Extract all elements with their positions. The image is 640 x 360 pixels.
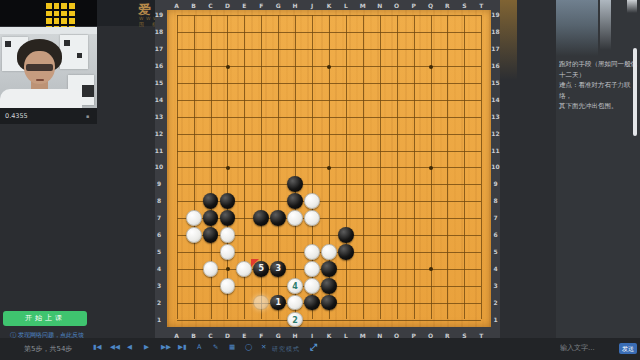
white-stone-J8[interactable] <box>304 193 320 209</box>
move-number: 2 <box>288 313 302 327</box>
col-label-top: O <box>392 2 402 10</box>
white-stone-B7[interactable] <box>186 210 202 226</box>
star-point <box>429 267 433 271</box>
col-label-top: R <box>442 2 452 10</box>
col-label-top: P <box>409 2 419 10</box>
blurred-window-band <box>627 0 637 13</box>
row-label-right: 17 <box>491 45 501 53</box>
col-label-top: A <box>172 2 182 10</box>
white-stone-H2[interactable] <box>287 295 303 311</box>
row-label-left: 9 <box>154 180 164 188</box>
stone-tool-icon[interactable]: ◯ <box>245 343 252 351</box>
last-icon[interactable]: ▶▮ <box>178 343 187 351</box>
black-stone-D7[interactable] <box>220 210 236 226</box>
row-label-left: 16 <box>154 62 164 70</box>
black-stone-H9[interactable] <box>287 176 303 192</box>
move-counter: 第5步，共54步 <box>24 344 72 354</box>
ghost-white-stone-F2[interactable] <box>253 295 269 311</box>
col-label-top: B <box>189 2 199 10</box>
grid-line-horizontal <box>177 184 482 185</box>
black-stone-D8[interactable] <box>220 193 236 209</box>
star-point <box>226 267 230 271</box>
blurred-window-band <box>556 0 598 56</box>
white-stone-H3[interactable]: 4 <box>287 278 303 294</box>
star-point <box>226 166 230 170</box>
black-stone-L6[interactable] <box>338 227 354 243</box>
white-stone-J4[interactable] <box>304 261 320 277</box>
row-label-left: 13 <box>154 113 164 121</box>
white-stone-D3[interactable] <box>220 278 236 294</box>
chart-tool-icon[interactable]: ▦ <box>229 343 235 351</box>
grid-line-vertical <box>346 15 347 319</box>
row-label-right: 5 <box>491 248 501 256</box>
col-label-top: C <box>206 2 216 10</box>
white-stone-D6[interactable] <box>220 227 236 243</box>
white-stone-H1[interactable]: 2 <box>287 312 303 328</box>
black-stone-G2[interactable]: 1 <box>270 295 286 311</box>
row-label-left: 2 <box>154 299 164 307</box>
row-label-right: 9 <box>491 180 501 188</box>
black-stone-G7[interactable] <box>270 210 286 226</box>
draw-tool-icon[interactable]: ✎ <box>213 343 218 351</box>
label-tool-icon[interactable]: A <box>197 343 201 351</box>
star-point <box>327 166 331 170</box>
col-label-top: Q <box>426 2 436 10</box>
black-stone-H8[interactable] <box>287 193 303 209</box>
row-label-right: 12 <box>491 130 501 138</box>
row-label-left: 7 <box>154 214 164 222</box>
row-label-left: 12 <box>154 130 164 138</box>
row-label-right: 19 <box>491 11 501 19</box>
row-label-left: 14 <box>154 96 164 104</box>
black-stone-F7[interactable] <box>253 210 269 226</box>
row-label-left: 10 <box>154 163 164 171</box>
col-label-top: E <box>239 2 249 10</box>
row-label-right: 18 <box>491 28 501 36</box>
first-icon[interactable]: ▮◀ <box>93 343 102 351</box>
rewind-icon[interactable]: ◀◀ <box>110 343 120 351</box>
grid-line-vertical <box>464 15 465 319</box>
fast-forward-icon[interactable]: ▶▶ <box>161 343 171 351</box>
move-number: 1 <box>270 295 286 311</box>
clear-tool-icon[interactable]: ✕ <box>261 343 266 351</box>
black-stone-C8[interactable] <box>203 193 219 209</box>
black-stone-G4[interactable]: 3 <box>270 261 286 277</box>
row-label-right: 16 <box>491 62 501 70</box>
col-label-top: S <box>459 2 469 10</box>
row-label-right: 7 <box>491 214 501 222</box>
col-label-top: K <box>324 2 334 10</box>
row-label-left: 4 <box>154 265 164 273</box>
col-label-top: H <box>290 2 300 10</box>
white-stone-J5[interactable] <box>304 244 320 260</box>
black-stone-J2[interactable] <box>304 295 320 311</box>
row-label-right: 8 <box>491 197 501 205</box>
star-point <box>429 65 433 69</box>
col-label-top: N <box>375 2 385 10</box>
row-label-right: 10 <box>491 163 501 171</box>
move-number: 4 <box>288 279 302 293</box>
lesson-note-line: 跑对的手段（黑如同一般像 <box>559 59 637 70</box>
row-label-left: 1 <box>154 316 164 324</box>
grid-line-vertical <box>363 15 364 319</box>
row-label-right: 13 <box>491 113 501 121</box>
blurred-window-band <box>600 0 611 50</box>
row-label-right: 14 <box>491 96 501 104</box>
white-stone-E4[interactable] <box>236 261 252 277</box>
forward-icon[interactable]: ▶ <box>144 343 149 351</box>
row-label-right: 2 <box>491 299 501 307</box>
white-stone-J3[interactable] <box>304 278 320 294</box>
grid-line-horizontal <box>177 320 482 321</box>
notes-scrollbar[interactable] <box>633 48 637 136</box>
resize-icon[interactable]: ⤢ <box>310 342 317 353</box>
lesson-notes-text: 跑对的手段（黑如同一般像十二天）难点：看准对方石子力联络，其下面先冲出包围。 <box>559 59 637 112</box>
row-label-left: 6 <box>154 231 164 239</box>
col-label-top: J <box>307 2 317 10</box>
lesson-note-line: 其下面先冲出包围。 <box>559 101 637 112</box>
col-label-top: D <box>222 2 232 10</box>
col-label-top: G <box>273 2 283 10</box>
row-label-left: 3 <box>154 282 164 290</box>
research-mode-button[interactable]: 研究模式 <box>272 345 300 354</box>
move-number: 3 <box>270 261 286 277</box>
row-label-left: 5 <box>154 248 164 256</box>
black-stone-K3[interactable] <box>321 278 337 294</box>
black-stone-L5[interactable] <box>338 244 354 260</box>
row-label-right: 3 <box>491 282 501 290</box>
last-move-marker-icon <box>251 259 259 267</box>
grid-line-vertical <box>414 15 415 319</box>
white-stone-D5[interactable] <box>220 244 236 260</box>
send-button[interactable]: 发送 <box>619 343 637 354</box>
black-stone-K4[interactable] <box>321 261 337 277</box>
star-point <box>226 65 230 69</box>
row-label-right: 11 <box>491 147 501 155</box>
white-stone-H7[interactable] <box>287 210 303 226</box>
black-stone-C6[interactable] <box>203 227 219 243</box>
grid-line-vertical <box>447 15 448 319</box>
grid-line-vertical <box>380 15 381 319</box>
row-label-right: 4 <box>491 265 501 273</box>
white-stone-J7[interactable] <box>304 210 320 226</box>
row-label-left: 11 <box>154 147 164 155</box>
white-stone-B6[interactable] <box>186 227 202 243</box>
col-label-top: M <box>358 2 368 10</box>
black-stone-C7[interactable] <box>203 210 219 226</box>
row-label-left: 19 <box>154 11 164 19</box>
col-label-top: L <box>341 2 351 10</box>
lesson-note-line: 难点：看准对方石子力联络， <box>559 80 637 101</box>
row-label-left: 8 <box>154 197 164 205</box>
white-stone-C4[interactable] <box>203 261 219 277</box>
row-label-right: 15 <box>491 79 501 87</box>
col-label-top: T <box>476 2 486 10</box>
grid-line-vertical <box>481 15 482 319</box>
star-point <box>429 166 433 170</box>
grid-line-vertical <box>397 15 398 319</box>
row-label-left: 17 <box>154 45 164 53</box>
app-window: 爱棋道 WWW.IQIDAO.COM 围棋素质教育 0.4355 ▪ 开始上课 … <box>0 0 640 360</box>
chat-input[interactable] <box>558 341 616 354</box>
row-label-right: 1 <box>491 316 501 324</box>
lesson-note-line: 十二天） <box>559 70 637 81</box>
row-label-right: 6 <box>491 231 501 239</box>
black-stone-K2[interactable] <box>321 295 337 311</box>
col-label-top: F <box>256 2 266 10</box>
white-stone-K5[interactable] <box>321 244 337 260</box>
row-label-left: 15 <box>154 79 164 87</box>
back-icon[interactable]: ◀ <box>127 343 132 351</box>
row-label-left: 18 <box>154 28 164 36</box>
board-glow <box>500 0 517 80</box>
